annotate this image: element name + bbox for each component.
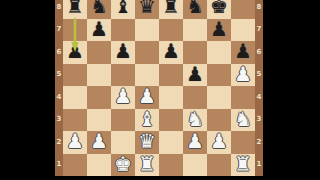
square-a3[interactable]: [63, 109, 87, 132]
square-h3[interactable]: ♞: [231, 109, 255, 132]
square-f1[interactable]: [183, 154, 207, 177]
square-d4[interactable]: ♟: [135, 86, 159, 109]
square-a4[interactable]: [63, 86, 87, 109]
square-d2[interactable]: ♛: [135, 131, 159, 154]
square-g4[interactable]: [207, 86, 231, 109]
square-e1[interactable]: [159, 154, 183, 177]
white-rook[interactable]: ♜: [234, 153, 252, 176]
black-pawn[interactable]: ♟: [66, 40, 84, 63]
square-c4[interactable]: ♟: [111, 86, 135, 109]
rank-label-5: 5: [255, 64, 263, 87]
square-e3[interactable]: [159, 109, 183, 132]
rank-labels-left: 87654321: [55, 0, 63, 176]
square-h7[interactable]: [231, 19, 255, 42]
black-rook[interactable]: ♜: [162, 0, 180, 18]
rank-label-1: 1: [55, 154, 63, 177]
rank-label-6: 6: [55, 41, 63, 64]
square-c3[interactable]: [111, 109, 135, 132]
square-c8[interactable]: ♝: [111, 0, 135, 19]
square-c6[interactable]: ♟: [111, 41, 135, 64]
square-a1[interactable]: [63, 154, 87, 177]
black-king[interactable]: ♚: [210, 0, 228, 18]
white-rook[interactable]: ♜: [138, 153, 156, 176]
letterbox-left: [0, 0, 55, 180]
chess-app-frame: 87654321 ♜♞♝♛♜♞♚♟♟♟♟♟♟♟♟♟♟♝♞♞♟♟♛♟♟♚♜♜ 87…: [0, 0, 320, 180]
square-a8[interactable]: ♜: [63, 0, 87, 19]
rank-label-5: 5: [55, 64, 63, 87]
square-b7[interactable]: ♟: [87, 19, 111, 42]
white-pawn[interactable]: ♟: [186, 130, 204, 153]
square-b3[interactable]: [87, 109, 111, 132]
black-pawn[interactable]: ♟: [162, 40, 180, 63]
white-pawn[interactable]: ♟: [234, 63, 252, 86]
square-e4[interactable]: [159, 86, 183, 109]
rank-label-2: 2: [255, 131, 263, 154]
black-pawn[interactable]: ♟: [114, 40, 132, 63]
square-d7[interactable]: [135, 19, 159, 42]
rank-labels-right: 87654321: [255, 0, 263, 176]
square-f5[interactable]: ♟: [183, 64, 207, 87]
square-g3[interactable]: [207, 109, 231, 132]
square-a7[interactable]: [63, 19, 87, 42]
chess-board-with-labels: 87654321 ♜♞♝♛♜♞♚♟♟♟♟♟♟♟♟♟♟♝♞♞♟♟♛♟♟♚♜♜ 87…: [55, 0, 263, 176]
square-d5[interactable]: [135, 64, 159, 87]
rank-label-3: 3: [55, 109, 63, 132]
square-f7[interactable]: [183, 19, 207, 42]
square-c2[interactable]: [111, 131, 135, 154]
white-pawn[interactable]: ♟: [114, 85, 132, 108]
rank-label-6: 6: [255, 41, 263, 64]
square-g2[interactable]: ♟: [207, 131, 231, 154]
black-pawn[interactable]: ♟: [210, 18, 228, 41]
square-h4[interactable]: [231, 86, 255, 109]
white-bishop[interactable]: ♝: [138, 108, 156, 131]
white-knight[interactable]: ♞: [234, 108, 252, 131]
square-d6[interactable]: [135, 41, 159, 64]
black-pawn[interactable]: ♟: [186, 63, 204, 86]
square-c5[interactable]: [111, 64, 135, 87]
rank-label-7: 7: [55, 19, 63, 42]
white-king[interactable]: ♚: [114, 153, 132, 176]
square-f4[interactable]: [183, 86, 207, 109]
square-f8[interactable]: ♞: [183, 0, 207, 19]
square-d1[interactable]: ♜: [135, 154, 159, 177]
square-b5[interactable]: [87, 64, 111, 87]
square-b4[interactable]: [87, 86, 111, 109]
white-pawn[interactable]: ♟: [210, 130, 228, 153]
rank-label-3: 3: [255, 109, 263, 132]
square-a6[interactable]: ♟: [63, 41, 87, 64]
square-c7[interactable]: [111, 19, 135, 42]
black-queen[interactable]: ♛: [138, 0, 156, 18]
white-pawn[interactable]: ♟: [138, 85, 156, 108]
black-pawn[interactable]: ♟: [90, 18, 108, 41]
square-h1[interactable]: ♜: [231, 154, 255, 177]
square-h5[interactable]: ♟: [231, 64, 255, 87]
white-pawn[interactable]: ♟: [66, 130, 84, 153]
black-bishop[interactable]: ♝: [114, 0, 132, 18]
rank-label-4: 4: [55, 86, 63, 109]
square-g1[interactable]: [207, 154, 231, 177]
square-g5[interactable]: [207, 64, 231, 87]
square-c1[interactable]: ♚: [111, 154, 135, 177]
square-a2[interactable]: ♟: [63, 131, 87, 154]
rank-label-1: 1: [255, 154, 263, 177]
black-pawn[interactable]: ♟: [234, 40, 252, 63]
square-a5[interactable]: [63, 64, 87, 87]
square-e2[interactable]: [159, 131, 183, 154]
square-h6[interactable]: ♟: [231, 41, 255, 64]
white-pawn[interactable]: ♟: [90, 130, 108, 153]
square-g7[interactable]: ♟: [207, 19, 231, 42]
square-f3[interactable]: ♞: [183, 109, 207, 132]
white-queen[interactable]: ♛: [138, 130, 156, 153]
black-knight[interactable]: ♞: [90, 0, 108, 18]
square-e6[interactable]: ♟: [159, 41, 183, 64]
square-f6[interactable]: [183, 41, 207, 64]
rank-label-4: 4: [255, 86, 263, 109]
black-rook[interactable]: ♜: [66, 0, 84, 18]
white-knight[interactable]: ♞: [186, 108, 204, 131]
square-d8[interactable]: ♛: [135, 0, 159, 19]
rank-label-8: 8: [55, 0, 63, 19]
square-e7[interactable]: [159, 19, 183, 42]
square-f2[interactable]: ♟: [183, 131, 207, 154]
square-h8[interactable]: [231, 0, 255, 19]
square-g6[interactable]: [207, 41, 231, 64]
rank-label-7: 7: [255, 19, 263, 42]
square-d3[interactable]: ♝: [135, 109, 159, 132]
square-b2[interactable]: ♟: [87, 131, 111, 154]
black-knight[interactable]: ♞: [186, 0, 204, 18]
chess-board[interactable]: ♜♞♝♛♜♞♚♟♟♟♟♟♟♟♟♟♟♝♞♞♟♟♛♟♟♚♜♜: [63, 0, 255, 176]
square-e5[interactable]: [159, 64, 183, 87]
rank-label-8: 8: [255, 0, 263, 19]
letterbox-right: [263, 0, 320, 180]
square-b1[interactable]: [87, 154, 111, 177]
rank-label-2: 2: [55, 131, 63, 154]
square-e8[interactable]: ♜: [159, 0, 183, 19]
square-b6[interactable]: [87, 41, 111, 64]
square-h2[interactable]: [231, 131, 255, 154]
